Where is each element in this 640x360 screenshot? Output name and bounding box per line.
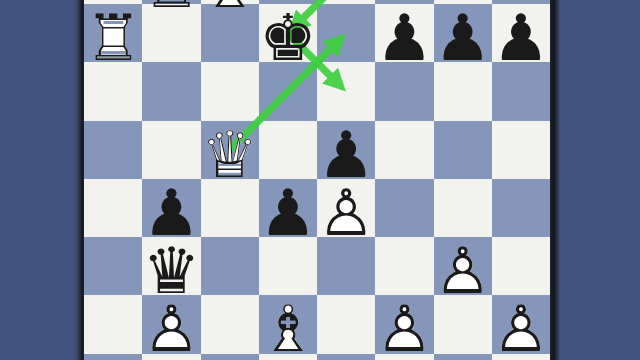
piece-black-pawn-f7[interactable]: ♟ [375,9,433,67]
piece-white-queen-c5[interactable]: ♛♕ [201,126,259,184]
black-king-glyph: ♚ [259,9,317,67]
white-pawn-outline: ♙ [317,184,375,242]
piece-white-pawn-h2[interactable]: ♟♙ [492,300,550,358]
white-pawn-outline: ♙ [142,300,200,358]
pieces-layer: ♜♝♗♜♖♚♟♟♟♛♕♟♟♟♟♙♛♟♙♟♙♝♗♟♙♟♙ [84,0,550,360]
piece-black-pawn-d4[interactable]: ♟ [259,184,317,242]
white-pawn-outline: ♙ [492,300,550,358]
white-bishop-outline: ♗ [259,300,317,358]
piece-white-bishop-c8[interactable]: ♝♗ [201,0,259,14]
white-queen-outline: ♕ [201,126,259,184]
piece-white-pawn-f2[interactable]: ♟♙ [375,300,433,358]
piece-white-pawn-b2[interactable]: ♟♙ [142,300,200,358]
white-pawn-outline: ♙ [434,242,492,300]
black-pawn-glyph: ♟ [375,9,433,67]
board-area: ♜♝♗♜♖♚♟♟♟♛♕♟♟♟♟♙♛♟♙♟♙♝♗♟♙♟♙ [84,0,550,360]
black-pawn-glyph: ♟ [492,9,550,67]
white-pawn-outline: ♙ [375,300,433,358]
piece-white-bishop-d2[interactable]: ♝♗ [259,300,317,358]
black-pawn-glyph: ♟ [259,184,317,242]
white-bishop-outline: ♗ [201,0,259,14]
black-rook-glyph: ♜ [142,0,200,14]
piece-black-rook-b8[interactable]: ♜ [142,0,200,14]
white-rook-outline: ♖ [84,9,142,67]
board-right-edge [550,0,560,360]
piece-white-pawn-e4[interactable]: ♟♙ [317,184,375,242]
black-pawn-glyph: ♟ [434,9,492,67]
piece-black-king-d7[interactable]: ♚ [259,9,317,67]
piece-white-pawn-g3[interactable]: ♟♙ [434,242,492,300]
piece-black-pawn-g7[interactable]: ♟ [434,9,492,67]
piece-black-pawn-h7[interactable]: ♟ [492,9,550,67]
board-left-edge [74,0,84,360]
chess-board-screenshot: ♜♝♗♜♖♚♟♟♟♛♕♟♟♟♟♙♛♟♙♟♙♝♗♟♙♟♙ [0,0,640,360]
piece-white-rook-a7[interactable]: ♜♖ [84,9,142,67]
